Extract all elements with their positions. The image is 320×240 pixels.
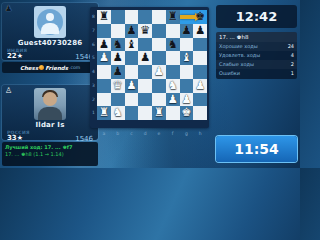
square-b6[interactable]: ♞ (111, 38, 125, 52)
square-d2[interactable] (138, 93, 152, 107)
square-h1[interactable] (193, 106, 207, 120)
square-a1[interactable]: ♜ (97, 106, 111, 120)
piece-black-P-c7[interactable]: ♟ (126, 25, 136, 37)
square-h5[interactable] (193, 51, 207, 65)
clock-top-time: 12:42 (236, 9, 277, 24)
piece-black-N-b6[interactable]: ♞ (112, 39, 122, 51)
avatar-person-head (46, 13, 54, 21)
piece-black-R-a8[interactable]: ♜ (99, 11, 109, 23)
file-label-f: f (166, 130, 180, 138)
square-a4[interactable] (97, 65, 111, 79)
logo-globe-icon (39, 65, 44, 70)
square-f4[interactable] (166, 65, 180, 79)
stats-row-value: 2 (291, 60, 294, 69)
piece-white-P-c3[interactable]: ♟ (126, 80, 136, 92)
piece-black-N-f6[interactable]: ♞ (167, 39, 177, 51)
stats-row-value: 1 (291, 69, 294, 78)
piece-black-P-a6[interactable]: ♟ (99, 39, 109, 51)
square-c7[interactable]: ♟ (125, 24, 139, 38)
rank-label-6: 6 (90, 38, 97, 52)
stats-row-value: 4 (291, 51, 294, 60)
piece-black-P-g7[interactable]: ♟ (181, 25, 191, 37)
square-h7[interactable]: ♟ (193, 24, 207, 38)
file-label-c: c (125, 130, 139, 138)
square-e8[interactable] (152, 10, 166, 24)
piece-white-Q-b3[interactable]: ♛ (112, 80, 122, 92)
file-labels: abcdefgh (97, 120, 207, 128)
rank-label-1: 1 (90, 106, 97, 120)
square-e2[interactable] (152, 93, 166, 107)
clock-bottom-time: 11:54 (234, 141, 279, 157)
stats-row-0: Хорошие ходы24 (216, 42, 297, 51)
clock-bottom-active: 11:54 (216, 136, 297, 162)
stats-row-3: Ошибки1 (216, 69, 297, 78)
square-g5[interactable]: ♝ (180, 51, 194, 65)
square-f8[interactable]: ♜ (166, 10, 180, 24)
piece-white-K-g1[interactable]: ♚ (181, 107, 191, 119)
square-e6[interactable] (152, 38, 166, 52)
piece-white-P-a5[interactable]: ♟ (99, 52, 109, 64)
rank-label-2: 2 (90, 93, 97, 107)
square-c8[interactable] (125, 10, 139, 24)
avatar-photo-face (43, 92, 57, 106)
piece-white-P-h3[interactable]: ♟ (195, 80, 205, 92)
guest-avatar[interactable] (34, 6, 66, 38)
square-f5[interactable] (166, 51, 180, 65)
rank-label-4: 4 (90, 65, 97, 79)
file-label-a: a (97, 130, 111, 138)
square-d8[interactable] (138, 10, 152, 24)
square-h2[interactable] (193, 93, 207, 107)
square-g7[interactable]: ♟ (180, 24, 194, 38)
avatar-person-body (41, 23, 59, 34)
square-g3[interactable] (180, 79, 194, 93)
square-c3[interactable]: ♟ (125, 79, 139, 93)
piece-white-P-e4[interactable]: ♟ (154, 66, 164, 78)
player-name-bottom: Ildar Is (2, 121, 98, 129)
chessfriends-logo[interactable]: Chess Friends .com (2, 62, 98, 73)
file-label-g: g (180, 130, 194, 138)
stats-row-label: Ошибки (219, 69, 240, 78)
stats-row-label: Слабые ходы (219, 60, 254, 69)
logo-text-left: Chess (20, 65, 38, 71)
square-b1[interactable]: ♞ (111, 106, 125, 120)
piece-white-N-b1[interactable]: ♞ (112, 107, 122, 119)
stats-row-2: Слабые ходы2 (216, 60, 297, 69)
piece-black-B-c6[interactable]: ♝ (126, 39, 136, 51)
piece-white-R-a1[interactable]: ♜ (99, 107, 109, 119)
stats-rows: Хорошие ходы24Удовлетв. ходы4Слабые ходы… (216, 42, 297, 78)
black-color-indicator-icon: ♟ (5, 4, 12, 14)
piece-white-P-f2[interactable]: ♟ (167, 94, 177, 106)
square-a3[interactable] (97, 79, 111, 93)
file-label-h: h (193, 130, 207, 138)
square-d1[interactable] (138, 106, 152, 120)
piece-black-R-f8[interactable]: ♜ (167, 11, 177, 23)
rank-labels: 87654321 (90, 10, 97, 120)
square-f3[interactable]: ♞ (166, 79, 180, 93)
square-g1[interactable]: ♚ (180, 106, 194, 120)
square-b4[interactable]: ♟ (111, 65, 125, 79)
file-label-d: d (138, 130, 152, 138)
square-d5[interactable]: ♟ (138, 51, 152, 65)
logo-suffix: .com (69, 65, 80, 70)
square-a5[interactable]: ♟ (97, 51, 111, 65)
arrow-body (180, 15, 195, 19)
square-a6[interactable]: ♟ (97, 38, 111, 52)
file-label-e: e (152, 130, 166, 138)
square-h6[interactable] (193, 38, 207, 52)
player-name-top: Guest40730286 (2, 39, 98, 47)
analysis-panel: Лучший ход: 17. ... ♚f7 17. ... ♚h8 (1.1… (2, 142, 98, 166)
analysis-best-move: Лучший ход: 17. ... ♚f7 (5, 144, 95, 151)
square-a2[interactable] (97, 93, 111, 107)
piece-black-P-h7[interactable]: ♟ (195, 25, 205, 37)
stats-row-value: 24 (288, 42, 294, 51)
square-d4[interactable] (138, 65, 152, 79)
square-f1[interactable] (166, 106, 180, 120)
square-h3[interactable]: ♟ (193, 79, 207, 93)
player-stars-top: 22★ (7, 52, 23, 60)
white-color-indicator-icon: ♙ (5, 86, 12, 96)
player-stars-bottom: 33★ (7, 134, 23, 142)
square-d3[interactable] (138, 79, 152, 93)
square-b8[interactable] (111, 10, 125, 24)
square-c5[interactable] (125, 51, 139, 65)
player-card-top[interactable]: ♟ Guest40730286 ИНДИЯ 22★ 1546 (2, 3, 98, 60)
square-c1[interactable] (125, 106, 139, 120)
square-c6[interactable]: ♝ (125, 38, 139, 52)
rank-label-3: 3 (90, 79, 97, 93)
stats-move-label: 17. ... ♚h8 (216, 32, 297, 42)
piece-black-K-h8[interactable]: ♚ (195, 11, 205, 23)
square-h8[interactable]: ♚ (193, 10, 207, 24)
piece-white-N-f3[interactable]: ♞ (167, 80, 177, 92)
stats-row-1: Удовлетв. ходы4 (216, 51, 297, 60)
rank-label-8: 8 (90, 10, 97, 24)
stats-row-label: Удовлетв. ходы (219, 51, 260, 60)
square-f7[interactable] (166, 24, 180, 38)
square-b3[interactable]: ♛ (111, 79, 125, 93)
square-h4[interactable] (193, 65, 207, 79)
square-c2[interactable] (125, 93, 139, 107)
avatar-photo-body (38, 107, 62, 120)
square-d6[interactable] (138, 38, 152, 52)
logo-text-right: Friends (45, 65, 68, 71)
square-e4[interactable]: ♟ (152, 65, 166, 79)
piece-black-P-b5[interactable]: ♟ (112, 52, 122, 64)
piece-black-Q-d7[interactable]: ♛ (140, 25, 150, 37)
square-e7[interactable] (152, 24, 166, 38)
square-a8[interactable]: ♜ (97, 10, 111, 24)
rank-label-5: 5 (90, 51, 97, 65)
square-e3[interactable] (152, 79, 166, 93)
piece-white-R-e1[interactable]: ♜ (154, 107, 164, 119)
square-a7[interactable] (97, 24, 111, 38)
player-card-bottom[interactable]: ♙ Ildar Is РОССИЯ 33★ 1546 (2, 85, 98, 140)
square-b7[interactable] (111, 24, 125, 38)
square-g6[interactable] (180, 38, 194, 52)
piece-black-P-b4[interactable]: ♟ (112, 66, 122, 78)
square-e5[interactable] (152, 51, 166, 65)
stats-row-label: Хорошие ходы (219, 42, 258, 51)
square-g2[interactable]: ♟ (180, 93, 194, 107)
square-b2[interactable] (111, 93, 125, 107)
rank-label-7: 7 (90, 24, 97, 38)
board-grid[interactable]: ♜♜♚♟♛♟♟♟♞♝♞♟♟♟♝♟♟♛♟♞♟♟♟♜♞♜♚ (97, 10, 207, 120)
square-f6[interactable]: ♞ (166, 38, 180, 52)
stats-panel: 17. ... ♚h8 Хорошие ходы24Удовлетв. ходы… (216, 32, 297, 79)
square-d7[interactable]: ♛ (138, 24, 152, 38)
analysis-played-move: 17. ... ♚h8 (1.1 → 1.14) (5, 151, 95, 158)
file-label-b: b (111, 130, 125, 138)
piece-black-P-d5[interactable]: ♟ (140, 52, 150, 64)
square-b5[interactable]: ♟ (111, 51, 125, 65)
player-photo-avatar[interactable] (34, 88, 66, 120)
square-c4[interactable] (125, 65, 139, 79)
clock-top: 12:42 (216, 5, 297, 28)
piece-white-B-g5[interactable]: ♝ (181, 52, 191, 64)
square-e1[interactable]: ♜ (152, 106, 166, 120)
piece-white-P-g2[interactable]: ♟ (181, 94, 191, 106)
square-g4[interactable] (180, 65, 194, 79)
square-f2[interactable]: ♟ (166, 93, 180, 107)
